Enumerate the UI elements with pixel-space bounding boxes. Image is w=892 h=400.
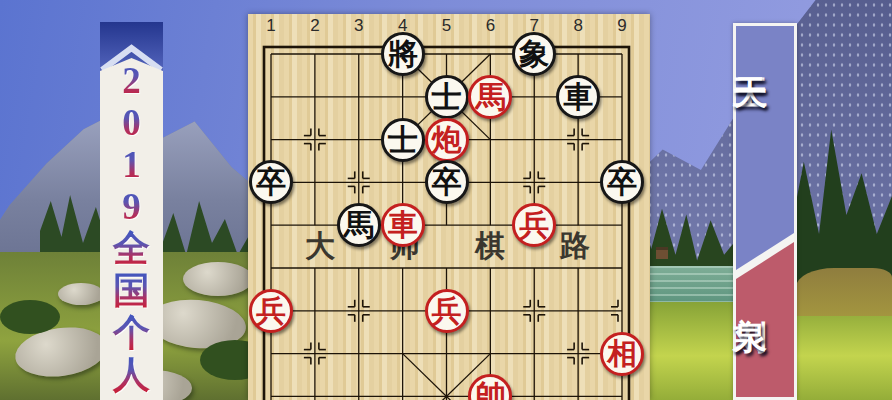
file-coordinate-label: 5	[437, 16, 457, 36]
river-char: 棋	[473, 226, 507, 267]
xiangqi-board: 123456789 大师棋路 將象士馬車士炮卒卒卒馬車兵兵兵相帥	[248, 14, 650, 400]
file-coordinate-label: 9	[612, 16, 632, 36]
vertical-char: 1	[100, 144, 163, 186]
bush	[0, 300, 60, 334]
xiangqi-piece-black[interactable]: 馬	[337, 203, 381, 247]
river-char: 路	[558, 226, 592, 267]
screenshot-canvas: 123456789 大师棋路 將象士馬車士炮卒卒卒馬車兵兵兵相帥 2019全国个…	[0, 0, 892, 400]
vertical-char: 个	[100, 312, 163, 354]
xiangqi-piece-black[interactable]: 士	[381, 118, 425, 162]
xiangqi-piece-red[interactable]: 車	[381, 203, 425, 247]
xiangqi-piece-red[interactable]: 兵	[425, 289, 469, 333]
event-banner: 2019全国个人	[100, 0, 163, 400]
vertical-char: 2	[100, 60, 163, 102]
xiangqi-piece-red[interactable]: 馬	[468, 75, 512, 119]
file-coordinate-label: 3	[349, 16, 369, 36]
river-watermark-text: 大师棋路	[248, 226, 650, 268]
xiangqi-piece-red[interactable]: 炮	[425, 118, 469, 162]
vertical-char: 0	[100, 102, 163, 144]
xiangqi-piece-black[interactable]: 象	[512, 32, 556, 76]
vertical-char: 人	[100, 354, 163, 396]
xiangqi-piece-black[interactable]: 卒	[425, 160, 469, 204]
vertical-char: 国	[100, 270, 163, 312]
rock	[183, 262, 253, 296]
vertical-char: 泉	[733, 318, 767, 358]
vertical-char: 一	[733, 73, 767, 113]
file-coordinate-label: 2	[305, 16, 325, 36]
xiangqi-piece-red[interactable]: 兵	[249, 289, 293, 333]
file-coordinate-label: 6	[480, 16, 500, 36]
rock	[58, 283, 104, 305]
xiangqi-piece-black[interactable]: 將	[381, 32, 425, 76]
file-coordinate-label: 8	[568, 16, 588, 36]
dry-grass-bank	[796, 268, 892, 316]
file-coordinate-label: 1	[261, 16, 281, 36]
event-banner-text: 2019全国个人	[100, 60, 163, 396]
player-banner: 王天一 刘泉	[733, 23, 797, 400]
lakeside-hut	[656, 250, 668, 259]
vertical-char: 9	[100, 186, 163, 228]
vertical-char: 全	[100, 228, 163, 270]
board-grid	[248, 14, 650, 400]
river-char: 大	[303, 226, 337, 267]
xiangqi-piece-black[interactable]: 士	[425, 75, 469, 119]
xiangqi-piece-red[interactable]: 相	[600, 332, 644, 376]
xiangqi-piece-black[interactable]: 車	[556, 75, 600, 119]
